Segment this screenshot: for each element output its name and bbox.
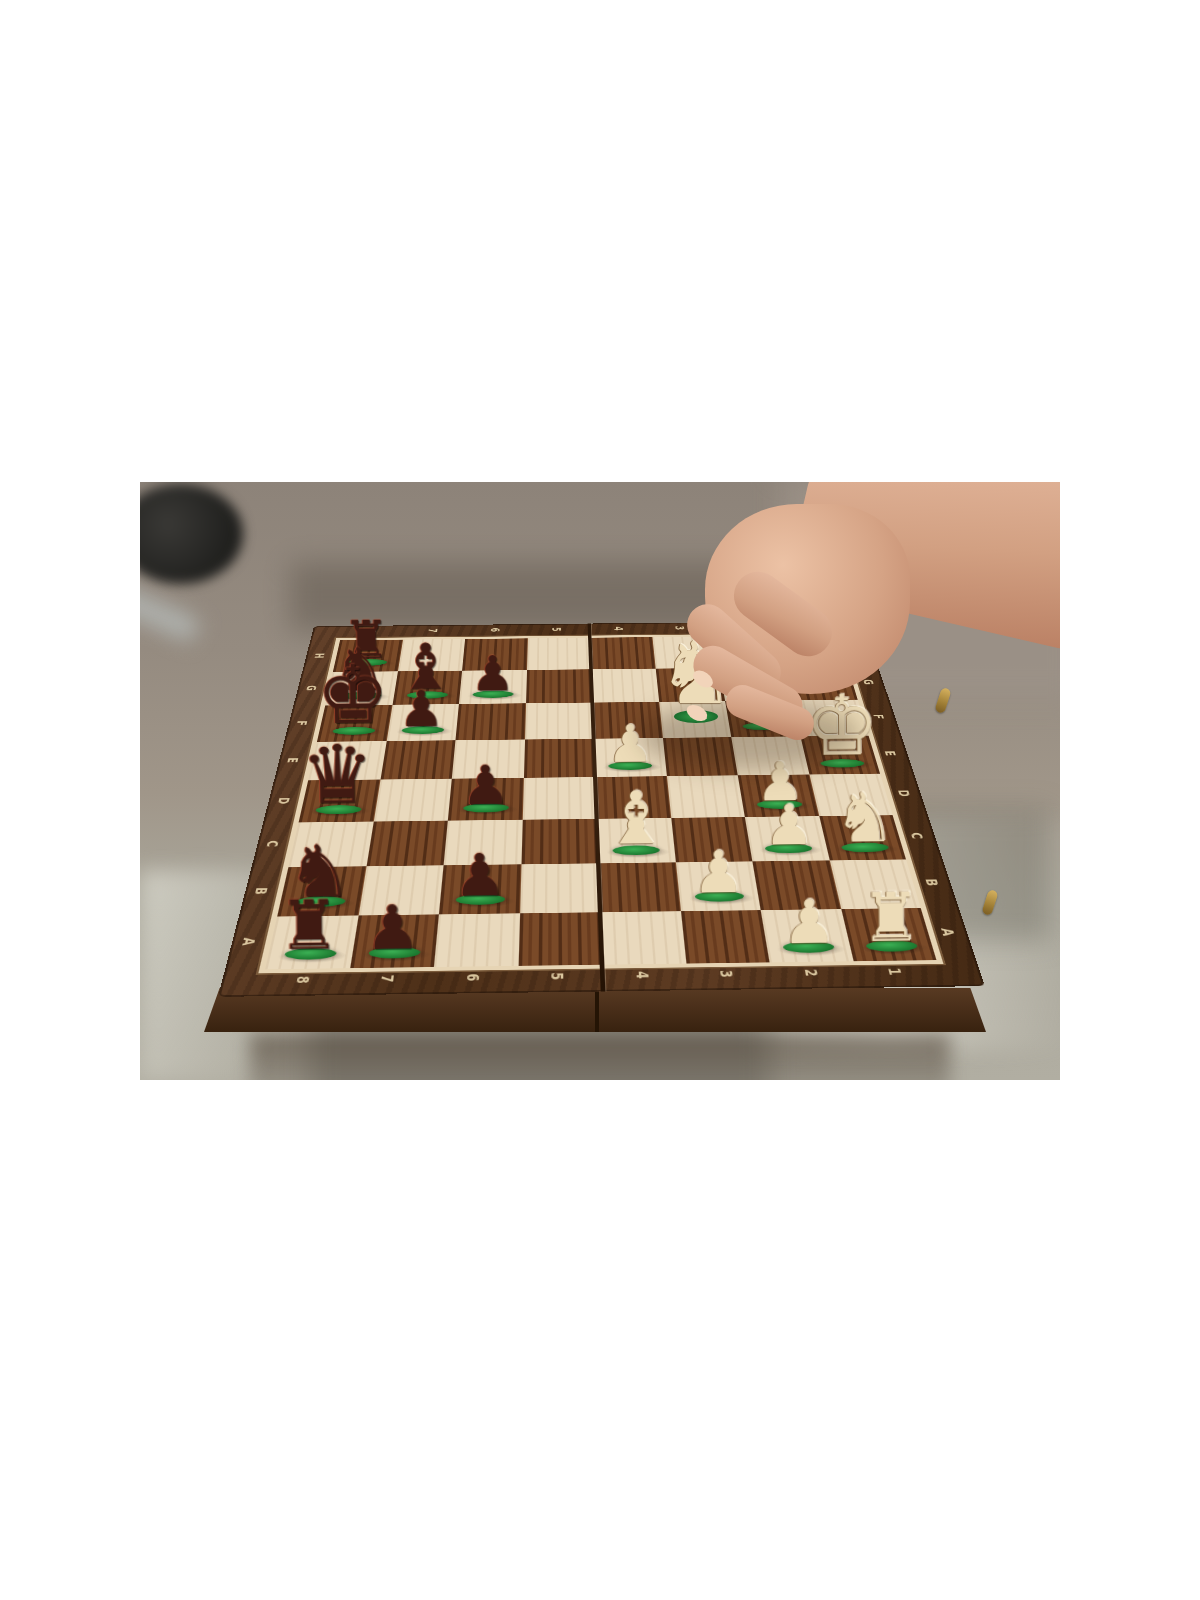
product-photo: HGFEDCBAHGFEDCBA8765432187654321♜♞♛♚♞♜♟♟… bbox=[140, 482, 1060, 1080]
hand: ♞ bbox=[140, 482, 1060, 1080]
page: HGFEDCBAHGFEDCBA8765432187654321♜♞♛♚♞♜♟♟… bbox=[0, 0, 1200, 1600]
